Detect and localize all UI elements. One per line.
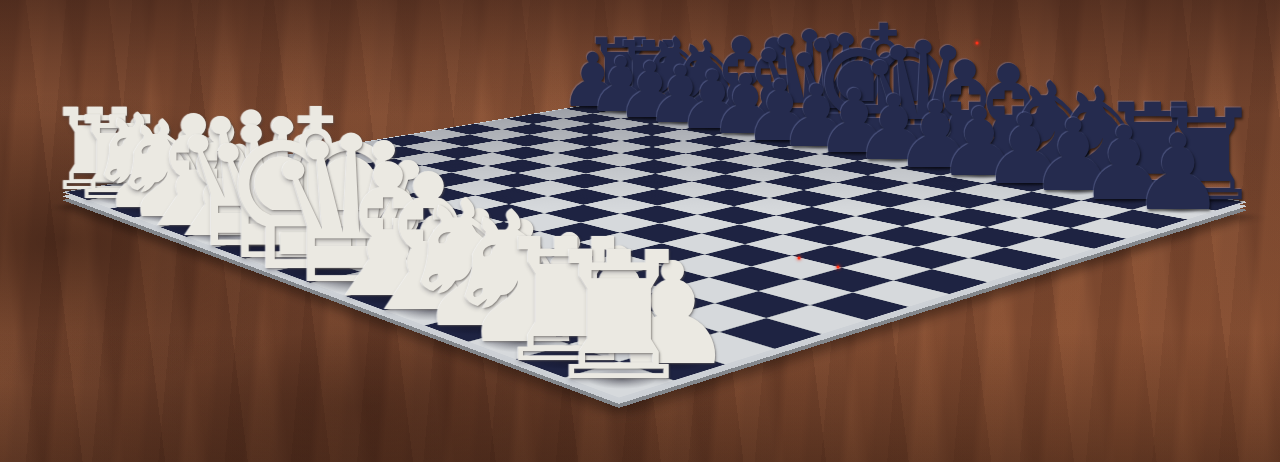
red-artifact-dot bbox=[837, 266, 840, 269]
scene: ♜♟♜♟♞♟♞♟♝♟♝♟♛♟♛♟♚♟♛♟♝♟♝♟♞♟♞♟♜♟♜♟♜♟♜♟♞♟♞♟… bbox=[0, 0, 1280, 462]
red-artifact-dot bbox=[976, 42, 979, 45]
white-rook[interactable]: ♜ bbox=[540, 229, 698, 406]
black-pawn[interactable]: ♟ bbox=[1131, 120, 1225, 225]
red-artifact-dot bbox=[798, 257, 801, 260]
